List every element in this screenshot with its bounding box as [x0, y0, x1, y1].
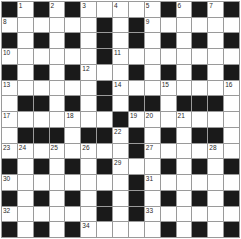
white-cell-r5c3[interactable]	[50, 81, 65, 96]
white-cell-r6c0[interactable]	[2, 96, 17, 111]
black-cell-r7c7	[113, 112, 128, 127]
white-cell-r6c10[interactable]	[161, 96, 176, 111]
white-cell-r1c13[interactable]	[208, 18, 223, 33]
white-cell-r10c1[interactable]	[18, 159, 33, 174]
white-cell-r1c9[interactable]: 9	[145, 18, 160, 33]
white-cell-r5c14[interactable]: 16	[224, 81, 239, 96]
black-cell-r9c8	[129, 144, 144, 159]
white-cell-r7c11[interactable]: 21	[177, 112, 192, 127]
white-cell-r10c7[interactable]: 29	[113, 159, 128, 174]
white-cell-r4c5[interactable]: 12	[81, 65, 96, 80]
white-cell-r7c13[interactable]	[208, 112, 223, 127]
black-cell-r0c2	[34, 2, 49, 17]
black-cell-r6c12	[192, 96, 207, 111]
white-cell-r3c11[interactable]	[177, 49, 192, 64]
white-cell-r7c6[interactable]	[97, 112, 112, 127]
black-cell-r10c12	[192, 159, 207, 174]
white-cell-r4c13[interactable]	[208, 65, 223, 80]
black-cell-r14c0	[2, 222, 17, 237]
black-cell-r13c6	[97, 207, 112, 222]
white-cell-r4c9[interactable]	[145, 65, 160, 80]
white-cell-r9c10[interactable]	[161, 144, 176, 159]
white-cell-r1c1[interactable]	[18, 18, 33, 33]
white-cell-r9c4[interactable]	[65, 144, 80, 159]
white-cell-r9c14[interactable]	[224, 144, 239, 159]
clue-number-15: 15	[162, 81, 169, 88]
white-cell-r8c11[interactable]	[177, 128, 192, 143]
white-cell-r1c7[interactable]	[113, 18, 128, 33]
black-cell-r6c13	[208, 96, 223, 111]
white-cell-r11c13[interactable]	[208, 175, 223, 190]
clue-number-25: 25	[51, 144, 58, 151]
clue-number-23: 23	[3, 144, 10, 151]
white-cell-r9c3[interactable]: 25	[50, 144, 65, 159]
black-cell-r4c14	[224, 65, 239, 80]
white-cell-r1c0[interactable]: 8	[2, 18, 17, 33]
white-cell-r3c10[interactable]	[161, 49, 176, 64]
black-cell-r8c10	[161, 128, 176, 143]
black-cell-r14c12	[192, 222, 207, 237]
white-cell-r13c3[interactable]	[50, 207, 65, 222]
white-cell-r14c13[interactable]	[208, 222, 223, 237]
white-cell-r13c13[interactable]	[208, 207, 223, 222]
white-cell-r12c3[interactable]	[50, 191, 65, 206]
white-cell-r7c12[interactable]	[192, 112, 207, 127]
white-cell-r9c11[interactable]	[177, 144, 192, 159]
white-cell-r2c13[interactable]	[208, 33, 223, 48]
white-cell-r1c11[interactable]	[177, 18, 192, 33]
white-cell-r3c3[interactable]	[50, 49, 65, 64]
white-cell-r13c14[interactable]	[224, 207, 239, 222]
white-cell-r6c5[interactable]	[81, 96, 96, 111]
black-cell-r6c9	[145, 96, 160, 111]
black-cell-r2c12	[192, 33, 207, 48]
white-cell-r5c12[interactable]	[192, 81, 207, 96]
white-cell-r11c12[interactable]	[192, 175, 207, 190]
white-cell-r13c12[interactable]	[192, 207, 207, 222]
white-cell-r14c7[interactable]	[113, 222, 128, 237]
black-cell-r12c12	[192, 191, 207, 206]
black-cell-r0c12	[192, 2, 207, 17]
white-cell-r5c13[interactable]	[208, 81, 223, 96]
white-cell-r2c7[interactable]	[113, 33, 128, 48]
clue-number-16: 16	[225, 81, 232, 88]
white-cell-r7c10[interactable]	[161, 112, 176, 127]
black-cell-r1c8	[129, 18, 144, 33]
black-cell-r4c10	[161, 65, 176, 80]
white-cell-r10c5[interactable]	[81, 159, 96, 174]
clue-number-5: 5	[146, 2, 150, 9]
white-cell-r0c6[interactable]	[97, 2, 112, 17]
white-cell-r10c9[interactable]	[145, 159, 160, 174]
black-cell-r8c8	[129, 128, 144, 143]
white-cell-r5c4[interactable]	[65, 81, 80, 96]
white-cell-r0c7[interactable]: 4	[113, 2, 128, 17]
white-cell-r7c14[interactable]	[224, 112, 239, 127]
white-cell-r9c13[interactable]: 28	[208, 144, 223, 159]
white-cell-r11c4[interactable]	[65, 175, 80, 190]
white-cell-r0c13[interactable]: 7	[208, 2, 223, 17]
white-cell-r2c9[interactable]	[145, 33, 160, 48]
white-cell-r8c14[interactable]	[224, 128, 239, 143]
white-cell-r4c6[interactable]	[97, 65, 112, 80]
white-cell-r11c5[interactable]	[81, 175, 96, 190]
black-cell-r4c4	[65, 65, 80, 80]
black-cell-r3c6	[97, 49, 112, 64]
white-cell-r7c2[interactable]	[34, 112, 49, 127]
white-cell-r8c9[interactable]	[145, 128, 160, 143]
white-cell-r12c9[interactable]	[145, 191, 160, 206]
white-cell-r2c1[interactable]	[18, 33, 33, 48]
white-cell-r3c14[interactable]	[224, 49, 239, 64]
white-cell-r8c7[interactable]: 22	[113, 128, 128, 143]
white-cell-r12c1[interactable]	[18, 191, 33, 206]
white-cell-r11c14[interactable]	[224, 175, 239, 190]
black-cell-r2c8	[129, 33, 144, 48]
white-cell-r1c12[interactable]	[192, 18, 207, 33]
white-cell-r1c5[interactable]	[81, 18, 96, 33]
white-cell-r13c1[interactable]	[18, 207, 33, 222]
black-cell-r10c4	[65, 159, 80, 174]
black-cell-r14c14	[224, 222, 239, 237]
clue-number-7: 7	[209, 2, 213, 9]
white-cell-r3c8[interactable]	[129, 49, 144, 64]
clue-number-12: 12	[82, 65, 89, 72]
black-cell-r8c12	[192, 128, 207, 143]
white-cell-r9c0[interactable]: 23	[2, 144, 17, 159]
white-cell-r13c9[interactable]: 33	[145, 207, 160, 222]
white-cell-r9c6[interactable]	[97, 144, 112, 159]
crossword-grid: 1234567891011121314151617181920212223242…	[1, 1, 240, 238]
clue-number-2: 2	[51, 2, 55, 9]
white-cell-r0c5[interactable]: 3	[81, 2, 96, 17]
white-cell-r1c14[interactable]	[224, 18, 239, 33]
white-cell-r14c3[interactable]	[50, 222, 65, 237]
clue-number-22: 22	[114, 128, 121, 135]
white-cell-r13c4[interactable]	[65, 207, 80, 222]
clue-number-31: 31	[146, 175, 153, 182]
black-cell-r2c6	[97, 33, 112, 48]
black-cell-r0c4	[65, 2, 80, 17]
white-cell-r1c3[interactable]	[50, 18, 65, 33]
white-cell-r12c11[interactable]	[177, 191, 192, 206]
black-cell-r8c6	[97, 128, 112, 143]
white-cell-r11c11[interactable]	[177, 175, 192, 190]
white-cell-r9c1[interactable]: 24	[18, 144, 33, 159]
black-cell-r0c14	[224, 2, 239, 17]
white-cell-r9c5[interactable]: 26	[81, 144, 96, 159]
clue-number-9: 9	[146, 18, 150, 25]
black-cell-r6c2	[34, 96, 49, 111]
white-cell-r5c5[interactable]	[81, 81, 96, 96]
clue-number-6: 6	[178, 2, 182, 9]
white-cell-r3c0[interactable]: 10	[2, 49, 17, 64]
white-cell-r11c9[interactable]: 31	[145, 175, 160, 190]
black-cell-r2c4	[65, 33, 80, 48]
white-cell-r0c8[interactable]	[129, 2, 144, 17]
white-cell-r9c2[interactable]	[34, 144, 49, 159]
black-cell-r1c6	[97, 18, 112, 33]
white-cell-r7c1[interactable]	[18, 112, 33, 127]
clue-number-24: 24	[19, 144, 26, 151]
white-cell-r10c8[interactable]	[129, 159, 144, 174]
black-cell-r2c14	[224, 33, 239, 48]
black-cell-r6c8	[129, 96, 144, 111]
white-cell-r11c2[interactable]	[34, 175, 49, 190]
black-cell-r5c6	[97, 81, 112, 96]
white-cell-r5c1[interactable]	[18, 81, 33, 96]
white-cell-r0c11[interactable]: 6	[177, 2, 192, 17]
white-cell-r11c1[interactable]	[18, 175, 33, 190]
clue-number-19: 19	[130, 112, 137, 119]
white-cell-r0c3[interactable]: 2	[50, 2, 65, 17]
clue-number-28: 28	[209, 144, 216, 151]
clue-number-14: 14	[114, 81, 121, 88]
white-cell-r6c14[interactable]	[224, 96, 239, 111]
clue-number-21: 21	[178, 112, 185, 119]
white-cell-r12c7[interactable]	[113, 191, 128, 206]
white-cell-r14c9[interactable]	[145, 222, 160, 237]
black-cell-r13c8	[129, 207, 144, 222]
white-cell-r1c2[interactable]	[34, 18, 49, 33]
black-cell-r6c11	[177, 96, 192, 111]
black-cell-r4c8	[129, 65, 144, 80]
white-cell-r10c11[interactable]	[177, 159, 192, 174]
clue-number-13: 13	[3, 81, 10, 88]
white-cell-r3c13[interactable]	[208, 49, 223, 64]
black-cell-r4c12	[192, 65, 207, 80]
black-cell-r14c2	[34, 222, 49, 237]
white-cell-r12c5[interactable]	[81, 191, 96, 206]
clue-number-30: 30	[3, 175, 10, 182]
white-cell-r11c10[interactable]	[161, 175, 176, 190]
white-cell-r13c10[interactable]	[161, 207, 176, 222]
clue-number-29: 29	[114, 159, 121, 166]
white-cell-r14c5[interactable]: 34	[81, 222, 96, 237]
black-cell-r4c0	[2, 65, 17, 80]
white-cell-r3c5[interactable]	[81, 49, 96, 64]
clue-number-32: 32	[3, 207, 10, 214]
clue-number-3: 3	[82, 2, 86, 9]
white-cell-r14c6[interactable]	[97, 222, 112, 237]
clue-number-26: 26	[82, 144, 89, 151]
white-cell-r7c9[interactable]: 20	[145, 112, 160, 127]
white-cell-r8c0[interactable]	[2, 128, 17, 143]
white-cell-r13c5[interactable]	[81, 207, 96, 222]
black-cell-r12c4	[65, 191, 80, 206]
white-cell-r14c11[interactable]	[177, 222, 192, 237]
white-cell-r2c11[interactable]	[177, 33, 192, 48]
white-cell-r3c7[interactable]: 11	[113, 49, 128, 64]
white-cell-r12c13[interactable]	[208, 191, 223, 206]
black-cell-r8c1	[18, 128, 33, 143]
white-cell-r13c11[interactable]	[177, 207, 192, 222]
white-cell-r10c3[interactable]	[50, 159, 65, 174]
clue-number-4: 4	[114, 2, 118, 9]
black-cell-r8c13	[208, 128, 223, 143]
white-cell-r5c0[interactable]: 13	[2, 81, 17, 96]
white-cell-r5c8[interactable]	[129, 81, 144, 96]
black-cell-r12c2	[34, 191, 49, 206]
black-cell-r10c2	[34, 159, 49, 174]
white-cell-r13c2[interactable]	[34, 207, 49, 222]
white-cell-r13c0[interactable]: 32	[2, 207, 17, 222]
black-cell-r2c2	[34, 33, 49, 48]
white-cell-r3c9[interactable]	[145, 49, 160, 64]
clue-number-17: 17	[3, 112, 10, 119]
white-cell-r6c7[interactable]	[113, 96, 128, 111]
black-cell-r12c8	[129, 191, 144, 206]
white-cell-r1c10[interactable]	[161, 18, 176, 33]
white-cell-r11c7[interactable]	[113, 175, 128, 190]
clue-number-18: 18	[66, 112, 73, 119]
white-cell-r11c6[interactable]	[97, 175, 112, 190]
black-cell-r6c4	[65, 96, 80, 111]
white-cell-r0c1[interactable]: 1	[18, 2, 33, 17]
white-cell-r7c4[interactable]: 18	[65, 112, 80, 127]
white-cell-r4c7[interactable]	[113, 65, 128, 80]
black-cell-r12c14	[224, 191, 239, 206]
white-cell-r2c5[interactable]	[81, 33, 96, 48]
white-cell-r2c3[interactable]	[50, 33, 65, 48]
clue-number-33: 33	[146, 207, 153, 214]
white-cell-r5c7[interactable]: 14	[113, 81, 128, 96]
clue-number-27: 27	[146, 144, 153, 151]
black-cell-r6c1	[18, 96, 33, 111]
white-cell-r11c0[interactable]: 30	[2, 175, 17, 190]
white-cell-r9c12[interactable]	[192, 144, 207, 159]
white-cell-r3c4[interactable]	[65, 49, 80, 64]
white-cell-r5c10[interactable]: 15	[161, 81, 176, 96]
black-cell-r0c0	[2, 2, 17, 17]
black-cell-r11c8	[129, 175, 144, 190]
white-cell-r6c3[interactable]	[50, 96, 65, 111]
black-cell-r8c2	[34, 128, 49, 143]
black-cell-r10c14	[224, 159, 239, 174]
white-cell-r9c7[interactable]	[113, 144, 128, 159]
white-cell-r9c9[interactable]: 27	[145, 144, 160, 159]
black-cell-r8c3	[50, 128, 65, 143]
white-cell-r1c4[interactable]	[65, 18, 80, 33]
white-cell-r5c9[interactable]	[145, 81, 160, 96]
white-cell-r10c13[interactable]	[208, 159, 223, 174]
white-cell-r8c4[interactable]	[65, 128, 80, 143]
black-cell-r8c5	[81, 128, 96, 143]
white-cell-r4c1[interactable]	[18, 65, 33, 80]
white-cell-r5c2[interactable]	[34, 81, 49, 96]
crossword-page: 1234567891011121314151617181920212223242…	[0, 0, 241, 239]
clue-number-34: 34	[82, 222, 89, 229]
clue-number-11: 11	[114, 49, 121, 56]
black-cell-r14c4	[65, 222, 80, 237]
white-cell-r3c1[interactable]	[18, 49, 33, 64]
black-cell-r2c0	[2, 33, 17, 48]
clue-number-20: 20	[146, 112, 153, 119]
black-cell-r2c10	[161, 33, 176, 48]
white-cell-r7c8[interactable]: 19	[129, 112, 144, 127]
white-cell-r4c3[interactable]	[50, 65, 65, 80]
white-cell-r11c3[interactable]	[50, 175, 65, 190]
black-cell-r10c6	[97, 159, 112, 174]
white-cell-r7c3[interactable]	[50, 112, 65, 127]
clue-number-1: 1	[19, 2, 23, 9]
white-cell-r3c2[interactable]	[34, 49, 49, 64]
white-cell-r7c0[interactable]: 17	[2, 112, 17, 127]
white-cell-r4c11[interactable]	[177, 65, 192, 80]
black-cell-r12c6	[97, 191, 112, 206]
black-cell-r0c10	[161, 2, 176, 17]
white-cell-r14c8[interactable]	[129, 222, 144, 237]
black-cell-r10c10	[161, 159, 176, 174]
white-cell-r7c5[interactable]	[81, 112, 96, 127]
black-cell-r14c10	[161, 222, 176, 237]
white-cell-r3c12[interactable]	[192, 49, 207, 64]
black-cell-r12c0	[2, 191, 17, 206]
clue-number-8: 8	[3, 18, 7, 25]
white-cell-r13c7[interactable]	[113, 207, 128, 222]
black-cell-r12c10	[161, 191, 176, 206]
black-cell-r10c0	[2, 159, 17, 174]
black-cell-r6c6	[97, 96, 112, 111]
black-cell-r4c2	[34, 65, 49, 80]
white-cell-r14c1[interactable]	[18, 222, 33, 237]
white-cell-r5c11[interactable]	[177, 81, 192, 96]
clue-number-10: 10	[3, 49, 10, 56]
white-cell-r0c9[interactable]: 5	[145, 2, 160, 17]
